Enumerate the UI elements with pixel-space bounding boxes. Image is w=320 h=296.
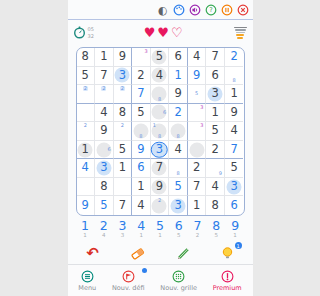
cell-digit: 8 (211, 200, 218, 212)
cell-r9c6[interactable]: 3 (169, 196, 188, 215)
cell-notes: 8 (226, 68, 243, 84)
levels-icon[interactable] (233, 27, 248, 39)
numpad-remaining-count: 2 (188, 233, 207, 239)
cell-r6c3[interactable]: 5 (114, 141, 133, 160)
cell-r2c9[interactable]: 8 (225, 67, 244, 86)
cell-digit: 1 (231, 88, 238, 100)
cell-r7c3[interactable]: 1 (114, 159, 133, 178)
cell-digit: 3 (156, 144, 163, 156)
contrast-icon[interactable]: ◐ (157, 4, 169, 16)
palette-icon[interactable] (173, 4, 185, 16)
cell-r7c2[interactable]: 3 (95, 159, 114, 178)
numpad-digit: 3 (113, 219, 132, 233)
numpad-4[interactable]: 41 (132, 219, 151, 238)
cell-digit: 6 (231, 200, 238, 212)
timer: 05 32 (73, 26, 94, 39)
cell-digit: 9 (82, 200, 89, 212)
numpad-1[interactable]: 11 (76, 219, 95, 238)
cell-r3c1[interactable]: 2 (77, 85, 96, 104)
lives-hearts: ♥♥♡ (94, 26, 233, 39)
cell-r4c6[interactable]: 2 (169, 104, 188, 123)
cell-digit: 7 (156, 162, 163, 174)
top-icon-bar: ◐ ? (68, 0, 253, 20)
cell-r4c5[interactable]: 6 (151, 104, 170, 123)
numpad-digit: 2 (94, 219, 113, 233)
svg-text:?: ? (209, 6, 212, 14)
numpad-remaining-count: 5 (169, 233, 188, 239)
nav-premium-label: Premium (213, 284, 242, 292)
cell-digit: 4 (211, 181, 218, 193)
cell-digit: 2 (231, 51, 238, 63)
cell-notes: 2 (78, 86, 94, 102)
bottom-nav: Menu Nouv. défi Nouv. grille Premium (68, 264, 253, 296)
cell-r1c8[interactable]: 7 (206, 48, 225, 67)
cell-r9c7[interactable]: 1 (188, 196, 207, 215)
cell-r7c6[interactable]: 8 (169, 159, 188, 178)
cell-r2c2[interactable]: 7 (95, 67, 114, 86)
cell-r6c5[interactable]: 3 (151, 141, 170, 160)
cell-digit: 9 (231, 107, 238, 119)
cell-notes: 8 (133, 123, 149, 139)
cell-r3c6[interactable]: 9 (169, 85, 188, 104)
cell-notes: 2 (152, 197, 168, 214)
cell-r5c5[interactable]: 18 (151, 122, 170, 141)
cell-r5c4[interactable]: 8 (132, 122, 151, 141)
numpad-digit: 6 (169, 219, 188, 233)
cell-r1c7[interactable]: 4 (188, 48, 207, 67)
cell-r2c6[interactable]: 1 (169, 67, 188, 86)
cell-digit: 1 (82, 144, 89, 156)
numpad-5[interactable]: 51 (151, 219, 170, 238)
cell-digit: 9 (119, 51, 126, 63)
cell-r3c8[interactable]: 3 (206, 85, 225, 104)
cell-digit: 5 (100, 200, 107, 212)
cell-r6c1[interactable]: 1 (77, 141, 96, 160)
numpad-remaining-count: 1 (132, 233, 151, 239)
cell-r6c2[interactable]: 6 (95, 141, 114, 160)
cell-r7c1[interactable]: 4 (77, 159, 96, 178)
number-pad: 112433415165728591 (76, 219, 245, 238)
cell-digit: 7 (137, 88, 144, 100)
numpad-7[interactable]: 72 (188, 219, 207, 238)
cell-digit: 7 (231, 144, 238, 156)
cell-digit: 4 (174, 144, 181, 156)
cell-digit: 3 (100, 162, 107, 174)
cell-r8c3[interactable] (114, 178, 133, 197)
numpad-8[interactable]: 85 (207, 219, 226, 238)
premium-icon (221, 270, 234, 283)
cell-notes: 3 (189, 123, 205, 139)
cell-r5c2[interactable]: 9 (95, 122, 114, 141)
cell-digit: 2 (211, 144, 218, 156)
cell-digit: 9 (193, 70, 200, 82)
cell-digit: 6 (137, 162, 144, 174)
cell-digit: 9 (137, 144, 144, 156)
cell-notes: 2 (96, 86, 112, 102)
cell-digit: 1 (211, 107, 218, 119)
cell-digit: 5 (174, 181, 181, 193)
cell-r4c7[interactable]: 3 (188, 104, 207, 123)
cell-r7c7[interactable]: 2 (188, 159, 207, 178)
cell-r8c1[interactable] (77, 178, 96, 197)
cell-r3c7[interactable]: 5 (188, 85, 207, 104)
cell-digit: 5 (82, 70, 89, 82)
numpad-digit: 8 (207, 219, 226, 233)
help-icon[interactable]: ? (205, 4, 217, 16)
cell-r9c2[interactable]: 5 (95, 196, 114, 215)
cell-r2c1[interactable]: 5 (77, 67, 96, 86)
cell-r9c1[interactable]: 9 (77, 196, 96, 215)
cell-digit: 1 (174, 70, 181, 82)
numpad-digit: 9 (226, 219, 245, 233)
cell-digit: 8 (100, 181, 107, 193)
note-digit: 9 (218, 171, 223, 176)
nav-new-grid-label: Nouv. grille (160, 284, 197, 292)
numpad-remaining-count: 4 (94, 233, 113, 239)
cell-r7c8[interactable]: 9 (206, 159, 225, 178)
cell-r6c4[interactable]: 9 (132, 141, 151, 160)
cell-digit: 9 (174, 88, 181, 100)
cell-r8c4[interactable]: 1 (132, 178, 151, 197)
cell-r3c4[interactable]: 7 (132, 85, 151, 104)
cell-digit: 3 (231, 181, 238, 193)
cell-r4c1[interactable] (77, 104, 96, 123)
cell-r8c7[interactable]: 7 (188, 178, 207, 197)
cell-r7c5[interactable]: 7 (151, 159, 170, 178)
cell-digit: 9 (156, 181, 163, 193)
nav-new-challenge[interactable]: Nouv. défi (112, 270, 145, 292)
cell-r2c4[interactable]: 2 (132, 67, 151, 86)
numpad-6[interactable]: 65 (169, 219, 188, 238)
numpad-remaining-count: 5 (207, 233, 226, 239)
cell-digit: 1 (119, 162, 126, 174)
sound-icon[interactable] (189, 4, 201, 16)
cell-r6c6[interactable]: 4 (169, 141, 188, 160)
numpad-remaining-count: 3 (113, 233, 132, 239)
cell-notes: 5 (189, 86, 205, 102)
cell-r1c1[interactable]: 8 (77, 48, 96, 67)
cell-digit: 6 (174, 51, 181, 63)
sudoku-app: ◐ ? 05 32 ♥♥♡ (68, 0, 253, 296)
numpad-digit: 4 (132, 219, 151, 233)
cell-r4c9[interactable]: 9 (225, 104, 244, 123)
cell-digit: 2 (193, 162, 200, 174)
cell-digit: 5 (156, 51, 163, 63)
menu-icon (81, 270, 94, 283)
new-grid-icon (172, 270, 185, 283)
cell-digit: 7 (100, 70, 107, 82)
cell-r3c2[interactable]: 2 (95, 85, 114, 104)
cell-notes: 3 (189, 105, 205, 121)
cell-digit: 4 (100, 107, 107, 119)
cell-digit: 5 (211, 125, 218, 137)
cell-r8c8[interactable]: 4 (206, 178, 225, 197)
cell-digit: 8 (119, 107, 126, 119)
cell-r3c3[interactable]: 2 (114, 85, 133, 104)
numpad-2[interactable]: 24 (94, 219, 113, 238)
cell-digit: 6 (211, 70, 218, 82)
cell-digit: 9 (100, 125, 107, 137)
cell-notes: 18 (152, 123, 168, 139)
cell-r1c2[interactable]: 1 (95, 48, 114, 67)
heart-filled-icon: ♥ (157, 26, 169, 39)
cell-r3c9[interactable]: 1 (225, 85, 244, 104)
cell-r1c3[interactable]: 9 (114, 48, 133, 67)
cell-r4c3[interactable]: 8 (114, 104, 133, 123)
numpad-remaining-count: 1 (151, 233, 170, 239)
cell-r3c5[interactable]: 8 (151, 85, 170, 104)
cell-notes: 3 (133, 49, 149, 65)
cell-r1c4[interactable]: 3 (132, 48, 151, 67)
cell-r8c5[interactable]: 9 (151, 178, 170, 197)
cell-r6c9[interactable]: 7 (225, 141, 244, 160)
cell-digit: 3 (211, 88, 218, 100)
cell-r1c5[interactable]: 5 (151, 48, 170, 67)
cell-digit: 5 (119, 144, 126, 156)
numpad-9[interactable]: 91 (226, 219, 245, 238)
cell-r5c6[interactable]: 8 (169, 122, 188, 141)
cell-digit: 1 (100, 51, 107, 63)
cell-notes: 6 (152, 105, 168, 121)
cell-r2c7[interactable]: 9 (188, 67, 207, 86)
nav-new-grid[interactable]: Nouv. grille (160, 270, 197, 292)
close-icon[interactable] (237, 4, 249, 16)
cell-highlight-gray (189, 142, 204, 157)
cell-r9c5[interactable]: 2 (151, 196, 170, 215)
cell-digit: 5 (137, 107, 144, 119)
cell-digit: 4 (156, 70, 163, 82)
cell-digit: 3 (174, 200, 181, 212)
heart-filled-icon: ♥ (144, 26, 156, 39)
cell-r1c9[interactable]: 2 (225, 48, 244, 67)
cell-r6c8[interactable]: 2 (206, 141, 225, 160)
cell-r5c3[interactable]: 2 (114, 122, 133, 141)
cell-notes: 2 (115, 123, 131, 139)
hint-badge: 1 (235, 242, 242, 249)
nav-menu[interactable]: Menu (78, 270, 96, 292)
cell-digit: 4 (231, 125, 238, 137)
cell-r2c3[interactable]: 3 (114, 67, 133, 86)
status-row: 05 32 ♥♥♡ (68, 20, 253, 45)
cell-notes: 8 (152, 86, 168, 102)
cell-r2c8[interactable]: 6 (206, 67, 225, 86)
cell-r8c9[interactable]: 3 (225, 178, 244, 197)
cell-digit: 4 (193, 51, 200, 63)
cell-r5c7[interactable]: 3 (188, 122, 207, 141)
cell-r6c7[interactable] (188, 141, 207, 160)
numpad-digit: 7 (188, 219, 207, 233)
cell-notes: 9 (207, 160, 223, 176)
cell-r4c2[interactable]: 4 (95, 104, 114, 123)
cell-r4c8[interactable]: 1 (206, 104, 225, 123)
eraser-icon (129, 245, 146, 261)
cell-r5c8[interactable]: 5 (206, 122, 225, 141)
challenge-badge (142, 268, 147, 273)
cell-notes: 8 (170, 160, 186, 176)
cell-notes: 8 (170, 123, 186, 139)
challenge-icon (122, 270, 135, 283)
cell-digit: 7 (193, 181, 200, 193)
cell-r9c3[interactable]: 7 (114, 196, 133, 215)
numpad-digit: 1 (76, 219, 95, 233)
cell-digit: 7 (211, 51, 218, 63)
cell-digit: 7 (119, 200, 126, 212)
nav-challenge-label: Nouv. défi (112, 284, 145, 292)
cell-notes: 6 (96, 142, 112, 158)
nav-menu-label: Menu (78, 284, 96, 292)
notes-pencil-icon (175, 245, 191, 261)
numpad-remaining-count: 1 (226, 233, 245, 239)
cell-digit: 1 (137, 181, 144, 193)
hint-bulb-icon (220, 245, 236, 261)
numpad-3[interactable]: 33 (113, 219, 132, 238)
cell-digit: 4 (137, 200, 144, 212)
cell-r9c8[interactable]: 8 (206, 196, 225, 215)
cell-r9c4[interactable]: 4 (132, 196, 151, 215)
cell-r5c9[interactable]: 4 (225, 122, 244, 141)
heart-empty-icon: ♡ (171, 26, 183, 39)
cell-notes: 2 (115, 86, 131, 102)
cell-r9c9[interactable]: 6 (225, 196, 244, 215)
undo-icon: ↶ (86, 246, 99, 261)
cell-digit: 2 (137, 70, 144, 82)
cell-r4c4[interactable]: 5 (132, 104, 151, 123)
sudoku-board: 8193564725732419682227895314856231929281… (76, 47, 245, 216)
cell-r1c6[interactable]: 6 (169, 48, 188, 67)
pause-icon[interactable] (221, 4, 233, 16)
cell-digit: 4 (82, 162, 89, 174)
cell-notes: 2 (78, 123, 94, 139)
cell-r2c5[interactable]: 4 (151, 67, 170, 86)
cell-digit: 1 (193, 200, 200, 212)
cell-r8c2[interactable]: 8 (95, 178, 114, 197)
clock-icon (73, 26, 86, 39)
nav-premium[interactable]: Premium (213, 270, 242, 292)
cell-digit: 8 (82, 51, 89, 63)
cell-digit: 5 (231, 162, 238, 174)
numpad-remaining-count: 1 (76, 233, 95, 239)
cell-r5c1[interactable]: 2 (77, 122, 96, 141)
cell-digit: 3 (119, 70, 126, 82)
cell-r7c4[interactable]: 6 (132, 159, 151, 178)
numpad-digit: 5 (151, 219, 170, 233)
cell-digit: 2 (174, 107, 181, 119)
cell-r8c6[interactable]: 5 (169, 178, 188, 197)
cell-r7c9[interactable]: 5 (225, 159, 244, 178)
